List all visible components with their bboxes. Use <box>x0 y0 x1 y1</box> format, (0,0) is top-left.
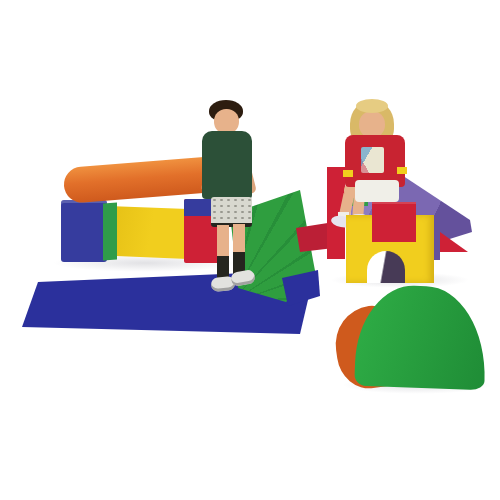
boy-shorts <box>211 197 252 227</box>
blue-cube-green-side <box>103 203 117 261</box>
girl-shirt-graphic <box>361 147 384 173</box>
girl-sleeve-trim <box>397 167 407 174</box>
girl-sleeve-trim <box>343 170 353 177</box>
girl-face <box>359 111 385 138</box>
product-photo <box>0 0 500 500</box>
boy-shirt <box>202 131 252 199</box>
hump-green-top <box>354 284 487 390</box>
arch-opening <box>367 251 405 283</box>
blue-foam-cube <box>61 200 107 262</box>
girl-hair-fringe <box>356 99 388 113</box>
red-cube-on-arch <box>372 202 416 242</box>
half-cylinder-hump <box>334 286 488 390</box>
girl-shorts <box>355 180 399 202</box>
